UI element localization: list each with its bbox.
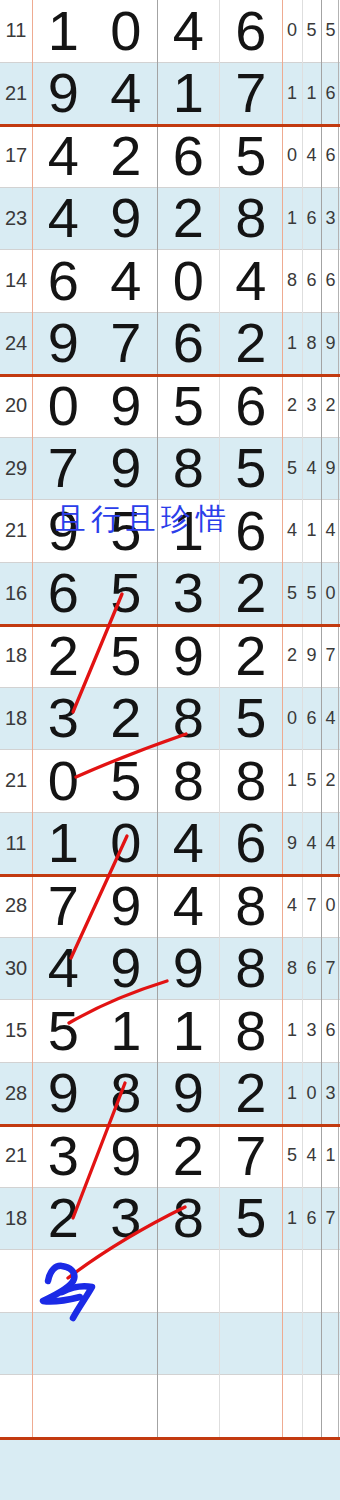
extra-digit-1: 0 — [282, 125, 302, 187]
footer-band — [0, 1440, 340, 1500]
extra-digit-3: 3 — [321, 1063, 340, 1125]
row-sum: 18 — [0, 625, 32, 687]
extra-digit-2: 4 — [302, 438, 321, 500]
row-sum: 30 — [0, 938, 32, 1000]
draw-row: 213927541 — [0, 1125, 340, 1188]
draw-digit-1: 5 — [32, 1000, 95, 1062]
row-sum: 11 — [0, 813, 32, 875]
row-sum: 23 — [0, 188, 32, 250]
extra-digit-3: 4 — [321, 813, 340, 875]
draw-row: 155118136 — [0, 1000, 340, 1063]
draw-digit-2: 5 — [95, 625, 158, 687]
draw-row: 304998867 — [0, 938, 340, 1001]
draw-digit-1: 9 — [32, 1063, 95, 1125]
draw-row: 219516414 — [0, 500, 340, 563]
extra-digit-3: 7 — [321, 1188, 340, 1250]
draw-digit-4: 8 — [220, 1000, 283, 1062]
draw-digit-3: 1 — [157, 500, 220, 562]
draw-digit-3: 8 — [157, 750, 220, 812]
draw-digit-4: 6 — [220, 813, 283, 875]
draw-digit-2: 2 — [95, 125, 158, 187]
draw-row: 182592297 — [0, 625, 340, 688]
extra-digit-3: 6 — [321, 125, 340, 187]
draw-digit-1: 1 — [32, 0, 95, 62]
draw-digit-1: 9 — [32, 63, 95, 125]
extra-digit-1: 2 — [282, 625, 302, 687]
draw-rows: 1110460552194171161742650462349281631464… — [0, 0, 340, 1438]
extra-digit-1: 8 — [282, 250, 302, 312]
draw-digit-2: 9 — [95, 875, 158, 937]
extra-digit-2: 4 — [302, 813, 321, 875]
draw-digit-2: 0 — [95, 0, 158, 62]
draw-digit-1: 7 — [32, 438, 95, 500]
extra-digit-2: 8 — [302, 313, 321, 375]
extra-digit-3: 7 — [321, 938, 340, 1000]
draw-digit-4: 7 — [220, 1125, 283, 1187]
extra-digit-3: 0 — [321, 563, 340, 625]
extra-digit-2: 1 — [302, 63, 321, 125]
draw-digit-2: 2 — [95, 688, 158, 750]
draw-digit-4: 6 — [220, 0, 283, 62]
extra-digit-2: 1 — [302, 500, 321, 562]
row-sum: 16 — [0, 563, 32, 625]
extra-digit-1: 5 — [282, 438, 302, 500]
extra-digit-1: 1 — [282, 188, 302, 250]
draw-row: 183285064 — [0, 688, 340, 751]
extra-digit-1: 1 — [282, 750, 302, 812]
draw-digit-2: 9 — [95, 1125, 158, 1187]
draw-digit-1: 3 — [32, 1125, 95, 1187]
extra-digit-1: 0 — [282, 0, 302, 62]
draw-digit-2: 9 — [95, 188, 158, 250]
extra-digit-2: 6 — [302, 938, 321, 1000]
extra-digit-3: 3 — [321, 188, 340, 250]
draw-row: 182385167 — [0, 1188, 340, 1251]
draw-row: 249762189 — [0, 313, 340, 376]
extra-digit-2: 0 — [302, 1063, 321, 1125]
extra-digit-3: 6 — [321, 1000, 340, 1062]
draw-digit-1: 0 — [32, 750, 95, 812]
draw-row: 219417116 — [0, 63, 340, 126]
draw-digit-4: 6 — [220, 500, 283, 562]
row-sum: 21 — [0, 750, 32, 812]
draw-row: 174265046 — [0, 125, 340, 188]
extra-digit-3: 7 — [321, 625, 340, 687]
draw-digit-3: 9 — [157, 938, 220, 1000]
draw-digit-4: 2 — [220, 313, 283, 375]
draw-digit-1: 2 — [32, 625, 95, 687]
draw-digit-1: 6 — [32, 563, 95, 625]
draw-digit-3: 2 — [157, 188, 220, 250]
draw-digit-3: 2 — [157, 1125, 220, 1187]
row-sum: 11 — [0, 0, 32, 62]
draw-digit-3: 1 — [157, 63, 220, 125]
extra-digit-3: 4 — [321, 688, 340, 750]
row-sum: 15 — [0, 1000, 32, 1062]
draw-digit-2: 5 — [95, 750, 158, 812]
extra-digit-1: 8 — [282, 938, 302, 1000]
row-sum: 14 — [0, 250, 32, 312]
draw-row: 200956232 — [0, 375, 340, 438]
row-sum: 24 — [0, 313, 32, 375]
draw-digit-3: 3 — [157, 563, 220, 625]
extra-digit-3: 1 — [321, 1125, 340, 1187]
draw-digit-4: 8 — [220, 938, 283, 1000]
draw-digit-3: 0 — [157, 250, 220, 312]
extra-digit-2: 6 — [302, 188, 321, 250]
draw-digit-4: 2 — [220, 563, 283, 625]
extra-digit-2: 3 — [302, 375, 321, 437]
draw-digit-2: 7 — [95, 313, 158, 375]
extra-digit-2: 4 — [302, 125, 321, 187]
draw-digit-2: 5 — [95, 563, 158, 625]
draw-digit-3: 5 — [157, 375, 220, 437]
draw-digit-3: 9 — [157, 1063, 220, 1125]
extra-digit-1: 5 — [282, 1125, 302, 1187]
lottery-trend-chart: 1110460552194171161742650462349281631464… — [0, 0, 340, 1500]
draw-row: 111046055 — [0, 0, 340, 63]
row-sum: 28 — [0, 1063, 32, 1125]
draw-digit-1: 4 — [32, 125, 95, 187]
draw-digit-4: 2 — [220, 625, 283, 687]
draw-digit-4: 4 — [220, 250, 283, 312]
extra-digit-3: 6 — [321, 63, 340, 125]
extra-digit-1: 1 — [282, 313, 302, 375]
extra-digit-1: 0 — [282, 688, 302, 750]
draw-digit-4: 6 — [220, 375, 283, 437]
extra-digit-2: 5 — [302, 563, 321, 625]
empty-row — [0, 1250, 340, 1313]
draw-digit-3: 8 — [157, 688, 220, 750]
extra-digit-3: 6 — [321, 250, 340, 312]
draw-digit-1: 0 — [32, 375, 95, 437]
extra-digit-2: 5 — [302, 0, 321, 62]
extra-digit-3: 5 — [321, 0, 340, 62]
draw-digit-4: 7 — [220, 63, 283, 125]
row-sum: 28 — [0, 875, 32, 937]
row-sum: 21 — [0, 63, 32, 125]
draw-digit-2: 0 — [95, 813, 158, 875]
draw-digit-1: 1 — [32, 813, 95, 875]
row-sum: 21 — [0, 1125, 32, 1187]
draw-row: 287948470 — [0, 875, 340, 938]
row-sum: 18 — [0, 688, 32, 750]
extra-digit-1: 4 — [282, 875, 302, 937]
draw-row: 146404866 — [0, 250, 340, 313]
draw-digit-4: 5 — [220, 438, 283, 500]
draw-digit-2: 3 — [95, 1188, 158, 1250]
extra-digit-2: 3 — [302, 1000, 321, 1062]
extra-digit-3: 2 — [321, 750, 340, 812]
draw-digit-1: 4 — [32, 188, 95, 250]
draw-row: 111046944 — [0, 813, 340, 876]
extra-digit-2: 6 — [302, 250, 321, 312]
empty-row — [0, 1375, 340, 1438]
extra-digit-2: 7 — [302, 875, 321, 937]
extra-digit-1: 1 — [282, 1188, 302, 1250]
extra-digit-1: 2 — [282, 375, 302, 437]
draw-digit-3: 1 — [157, 1000, 220, 1062]
draw-digit-4: 8 — [220, 875, 283, 937]
draw-digit-2: 4 — [95, 63, 158, 125]
extra-digit-3: 0 — [321, 875, 340, 937]
extra-digit-1: 9 — [282, 813, 302, 875]
draw-digit-4: 8 — [220, 750, 283, 812]
extra-digit-2: 6 — [302, 1188, 321, 1250]
extra-digit-2: 5 — [302, 750, 321, 812]
draw-digit-4: 2 — [220, 1063, 283, 1125]
draw-digit-1: 9 — [32, 500, 95, 562]
draw-digit-1: 9 — [32, 313, 95, 375]
extra-digit-1: 1 — [282, 1063, 302, 1125]
draw-digit-4: 5 — [220, 688, 283, 750]
draw-digit-3: 6 — [157, 125, 220, 187]
draw-digit-3: 6 — [157, 313, 220, 375]
empty-row — [0, 1313, 340, 1376]
draw-row: 234928163 — [0, 188, 340, 251]
draw-digit-1: 4 — [32, 938, 95, 1000]
extra-digit-2: 6 — [302, 688, 321, 750]
draw-digit-2: 1 — [95, 1000, 158, 1062]
draw-digit-3: 8 — [157, 438, 220, 500]
extra-digit-2: 4 — [302, 1125, 321, 1187]
row-sum: 18 — [0, 1188, 32, 1250]
draw-digit-1: 3 — [32, 688, 95, 750]
extra-digit-1: 5 — [282, 563, 302, 625]
draw-row: 166532550 — [0, 563, 340, 626]
draw-digit-3: 4 — [157, 813, 220, 875]
draw-digit-3: 9 — [157, 625, 220, 687]
draw-digit-2: 8 — [95, 1063, 158, 1125]
draw-digit-4: 5 — [220, 125, 283, 187]
extra-digit-3: 9 — [321, 313, 340, 375]
draw-row: 289892103 — [0, 1063, 340, 1126]
draw-digit-3: 4 — [157, 0, 220, 62]
draw-digit-3: 8 — [157, 1188, 220, 1250]
extra-digit-1: 4 — [282, 500, 302, 562]
draw-digit-4: 8 — [220, 188, 283, 250]
row-sum: 17 — [0, 125, 32, 187]
draw-row: 297985549 — [0, 438, 340, 501]
draw-digit-2: 9 — [95, 938, 158, 1000]
draw-digit-3: 4 — [157, 875, 220, 937]
extra-digit-1: 1 — [282, 63, 302, 125]
row-sum: 20 — [0, 375, 32, 437]
extra-digit-1: 1 — [282, 1000, 302, 1062]
extra-digit-3: 4 — [321, 500, 340, 562]
extra-digit-2: 9 — [302, 625, 321, 687]
draw-digit-4: 5 — [220, 1188, 283, 1250]
draw-digit-2: 4 — [95, 250, 158, 312]
draw-digit-2: 9 — [95, 438, 158, 500]
draw-row: 210588152 — [0, 750, 340, 813]
draw-digit-1: 6 — [32, 250, 95, 312]
draw-digit-2: 9 — [95, 375, 158, 437]
extra-digit-3: 2 — [321, 375, 340, 437]
draw-digit-1: 2 — [32, 1188, 95, 1250]
draw-digit-2: 5 — [95, 500, 158, 562]
row-sum: 29 — [0, 438, 32, 500]
extra-digit-3: 9 — [321, 438, 340, 500]
row-sum: 21 — [0, 500, 32, 562]
draw-digit-1: 7 — [32, 875, 95, 937]
